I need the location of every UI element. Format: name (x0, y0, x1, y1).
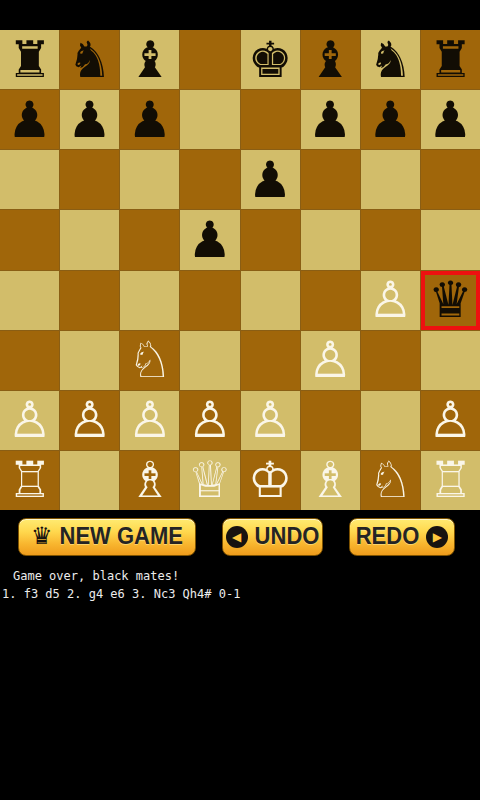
square-c2[interactable]: ♙ (120, 391, 179, 450)
chess-board[interactable]: ♜♞♝♚♝♞♜♟♟♟♟♟♟♟♟♙♛♘♙♙♙♙♙♙♙♖♗♕♔♗♘♖ (0, 30, 480, 510)
redo-button[interactable]: REDO ▶ (349, 518, 455, 556)
square-g6[interactable] (361, 150, 420, 209)
square-b4[interactable] (60, 271, 119, 330)
black-king-piece: ♚ (248, 32, 293, 88)
square-g2[interactable] (361, 391, 420, 450)
square-g4[interactable]: ♙ (361, 271, 420, 330)
square-d1[interactable]: ♕ (180, 451, 239, 510)
square-c4[interactable] (120, 271, 179, 330)
queen-crown-icon: ♛ (31, 524, 53, 548)
white-bishop-piece: ♗ (308, 452, 353, 508)
square-a2[interactable]: ♙ (0, 391, 59, 450)
square-d7[interactable] (180, 90, 239, 149)
square-h4[interactable]: ♛ (421, 271, 480, 330)
square-g3[interactable] (361, 331, 420, 390)
redo-button-label: REDO (356, 523, 420, 550)
square-h3[interactable] (421, 331, 480, 390)
black-pawn-piece: ♟ (188, 212, 233, 268)
square-b1[interactable] (60, 451, 119, 510)
square-a7[interactable]: ♟ (0, 90, 59, 149)
black-pawn-piece: ♟ (248, 152, 293, 208)
square-a4[interactable] (0, 271, 59, 330)
black-rook-piece: ♜ (428, 32, 473, 88)
square-e4[interactable] (241, 271, 300, 330)
white-king-piece: ♔ (248, 452, 293, 508)
square-c7[interactable]: ♟ (120, 90, 179, 149)
white-pawn-piece: ♙ (67, 392, 112, 448)
white-queen-piece: ♕ (188, 452, 233, 508)
square-a5[interactable] (0, 210, 59, 269)
square-g5[interactable] (361, 210, 420, 269)
square-d6[interactable] (180, 150, 239, 209)
white-rook-piece: ♖ (7, 452, 52, 508)
square-h2[interactable]: ♙ (421, 391, 480, 450)
status-message: Game over, black mates! (13, 569, 179, 583)
square-e2[interactable]: ♙ (241, 391, 300, 450)
black-queen-piece: ♛ (428, 272, 473, 328)
white-pawn-piece: ♙ (368, 272, 413, 328)
black-pawn-piece: ♟ (428, 92, 473, 148)
arrow-right-circle-icon: ▶ (426, 526, 448, 548)
undo-button[interactable]: ◀ UNDO (222, 518, 323, 556)
square-f1[interactable]: ♗ (301, 451, 360, 510)
square-g8[interactable]: ♞ (361, 30, 420, 89)
square-b3[interactable] (60, 331, 119, 390)
white-pawn-piece: ♙ (7, 392, 52, 448)
square-d3[interactable] (180, 331, 239, 390)
square-f8[interactable]: ♝ (301, 30, 360, 89)
white-knight-piece: ♘ (368, 452, 413, 508)
black-pawn-piece: ♟ (368, 92, 413, 148)
square-f4[interactable] (301, 271, 360, 330)
square-c5[interactable] (120, 210, 179, 269)
black-pawn-piece: ♟ (7, 92, 52, 148)
white-bishop-piece: ♗ (127, 452, 172, 508)
new-game-button-label: NEW GAME (60, 523, 183, 550)
square-h5[interactable] (421, 210, 480, 269)
square-d4[interactable] (180, 271, 239, 330)
square-b2[interactable]: ♙ (60, 391, 119, 450)
square-f3[interactable]: ♙ (301, 331, 360, 390)
arrow-left-circle-icon: ◀ (226, 526, 248, 548)
square-e5[interactable] (241, 210, 300, 269)
black-pawn-piece: ♟ (67, 92, 112, 148)
square-b5[interactable] (60, 210, 119, 269)
square-h6[interactable] (421, 150, 480, 209)
square-f7[interactable]: ♟ (301, 90, 360, 149)
square-f2[interactable] (301, 391, 360, 450)
arrow-left-glyph: ◀ (232, 531, 241, 543)
white-pawn-piece: ♙ (428, 392, 473, 448)
square-e8[interactable]: ♚ (241, 30, 300, 89)
square-a6[interactable] (0, 150, 59, 209)
square-e1[interactable]: ♔ (241, 451, 300, 510)
undo-button-label: UNDO (255, 523, 320, 550)
white-pawn-piece: ♙ (308, 332, 353, 388)
black-bishop-piece: ♝ (308, 32, 353, 88)
square-d8[interactable] (180, 30, 239, 89)
square-b6[interactable] (60, 150, 119, 209)
black-rook-piece: ♜ (7, 32, 52, 88)
black-knight-piece: ♞ (67, 32, 112, 88)
square-g1[interactable]: ♘ (361, 451, 420, 510)
white-pawn-piece: ♙ (127, 392, 172, 448)
square-g7[interactable]: ♟ (361, 90, 420, 149)
square-a8[interactable]: ♜ (0, 30, 59, 89)
square-b8[interactable]: ♞ (60, 30, 119, 89)
move-list: 1. f3 d5 2. g4 e6 3. Nc3 Qh4# 0-1 (2, 587, 240, 601)
square-e7[interactable] (241, 90, 300, 149)
square-d2[interactable]: ♙ (180, 391, 239, 450)
square-c6[interactable] (120, 150, 179, 209)
square-e3[interactable] (241, 331, 300, 390)
white-rook-piece: ♖ (428, 452, 473, 508)
square-h8[interactable]: ♜ (421, 30, 480, 89)
white-knight-piece: ♘ (127, 332, 172, 388)
black-pawn-piece: ♟ (308, 92, 353, 148)
square-d5[interactable]: ♟ (180, 210, 239, 269)
black-pawn-piece: ♟ (127, 92, 172, 148)
square-f6[interactable] (301, 150, 360, 209)
square-e6[interactable]: ♟ (241, 150, 300, 209)
square-f5[interactable] (301, 210, 360, 269)
square-h7[interactable]: ♟ (421, 90, 480, 149)
arrow-right-glyph: ▶ (433, 531, 442, 543)
white-pawn-piece: ♙ (248, 392, 293, 448)
square-a3[interactable] (0, 331, 59, 390)
square-c8[interactable]: ♝ (120, 30, 179, 89)
new-game-button[interactable]: ♛ NEW GAME (18, 518, 196, 556)
square-c1[interactable]: ♗ (120, 451, 179, 510)
square-b7[interactable]: ♟ (60, 90, 119, 149)
square-h1[interactable]: ♖ (421, 451, 480, 510)
square-c3[interactable]: ♘ (120, 331, 179, 390)
white-pawn-piece: ♙ (188, 392, 233, 448)
black-bishop-piece: ♝ (127, 32, 172, 88)
black-knight-piece: ♞ (368, 32, 413, 88)
square-a1[interactable]: ♖ (0, 451, 59, 510)
